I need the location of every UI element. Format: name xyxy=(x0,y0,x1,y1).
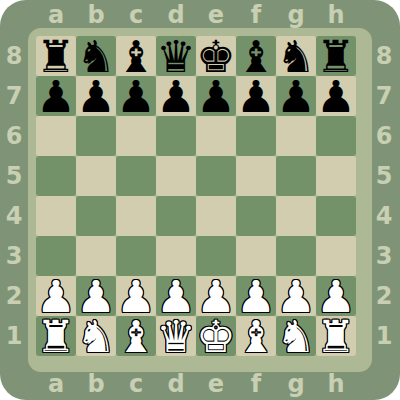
square-e7[interactable]: ♟ xyxy=(196,76,236,116)
square-h5[interactable] xyxy=(316,156,356,196)
square-e4[interactable] xyxy=(196,196,236,236)
square-d1[interactable]: ♛ xyxy=(156,316,196,356)
file-label-bottom-f: f xyxy=(236,369,276,399)
square-c3[interactable] xyxy=(116,236,156,276)
square-a5[interactable] xyxy=(36,156,76,196)
square-c4[interactable] xyxy=(116,196,156,236)
rank-label-right-1: 1 xyxy=(369,316,399,356)
square-b5[interactable] xyxy=(76,156,116,196)
square-c2[interactable]: ♟ xyxy=(116,276,156,316)
file-label-bottom-b: b xyxy=(76,369,116,399)
square-f6[interactable] xyxy=(236,116,276,156)
file-label-top-a: a xyxy=(36,0,76,28)
file-label-bottom-d: d xyxy=(156,369,196,399)
square-f8[interactable]: ♝ xyxy=(236,36,276,76)
rank-label-left-2: 2 xyxy=(0,276,28,316)
square-e6[interactable] xyxy=(196,116,236,156)
square-d8[interactable]: ♛ xyxy=(156,36,196,76)
square-f5[interactable] xyxy=(236,156,276,196)
piece-black-pawn[interactable]: ♟ xyxy=(236,75,275,119)
square-h2[interactable]: ♟ xyxy=(316,276,356,316)
square-h1[interactable]: ♜ xyxy=(316,316,356,356)
square-f4[interactable] xyxy=(236,196,276,236)
piece-white-rook[interactable]: ♜ xyxy=(36,315,75,359)
piece-black-pawn[interactable]: ♟ xyxy=(76,75,115,119)
piece-black-pawn[interactable]: ♟ xyxy=(156,75,195,119)
board-border: ♜♞♝♛♚♝♞♜♟♟♟♟♟♟♟♟♟♟♟♟♟♟♟♟♜♞♝♛♚♝♞♜ xyxy=(28,28,372,372)
square-h7[interactable]: ♟ xyxy=(316,76,356,116)
square-g3[interactable] xyxy=(276,236,316,276)
square-d5[interactable] xyxy=(156,156,196,196)
piece-white-bishop[interactable]: ♝ xyxy=(116,315,155,359)
square-d6[interactable] xyxy=(156,116,196,156)
square-g2[interactable]: ♟ xyxy=(276,276,316,316)
piece-black-pawn[interactable]: ♟ xyxy=(316,75,355,119)
square-g1[interactable]: ♞ xyxy=(276,316,316,356)
file-label-top-c: c xyxy=(116,0,156,28)
square-b6[interactable] xyxy=(76,116,116,156)
rank-label-right-3: 3 xyxy=(369,236,399,276)
rank-label-right-7: 7 xyxy=(369,76,399,116)
square-d4[interactable] xyxy=(156,196,196,236)
square-e1[interactable]: ♚ xyxy=(196,316,236,356)
piece-white-knight[interactable]: ♞ xyxy=(276,315,315,359)
file-label-top-d: d xyxy=(156,0,196,28)
rank-label-left-6: 6 xyxy=(0,116,28,156)
file-label-top-b: b xyxy=(76,0,116,28)
square-d3[interactable] xyxy=(156,236,196,276)
file-label-bottom-a: a xyxy=(36,369,76,399)
rank-label-right-2: 2 xyxy=(369,276,399,316)
square-d7[interactable]: ♟ xyxy=(156,76,196,116)
square-a3[interactable] xyxy=(36,236,76,276)
board-grid: ♜♞♝♛♚♝♞♜♟♟♟♟♟♟♟♟♟♟♟♟♟♟♟♟♜♞♝♛♚♝♞♜ xyxy=(36,36,356,356)
square-g7[interactable]: ♟ xyxy=(276,76,316,116)
square-e2[interactable]: ♟ xyxy=(196,276,236,316)
piece-black-pawn[interactable]: ♟ xyxy=(116,75,155,119)
square-f3[interactable] xyxy=(236,236,276,276)
square-b4[interactable] xyxy=(76,196,116,236)
rank-label-left-5: 5 xyxy=(0,156,28,196)
file-label-bottom-e: e xyxy=(196,369,236,399)
square-a6[interactable] xyxy=(36,116,76,156)
file-label-top-e: e xyxy=(196,0,236,28)
square-c7[interactable]: ♟ xyxy=(116,76,156,116)
square-h3[interactable] xyxy=(316,236,356,276)
piece-white-bishop[interactable]: ♝ xyxy=(236,315,275,359)
square-g5[interactable] xyxy=(276,156,316,196)
square-h6[interactable] xyxy=(316,116,356,156)
rank-label-right-8: 8 xyxy=(369,36,399,76)
square-g6[interactable] xyxy=(276,116,316,156)
piece-black-pawn[interactable]: ♟ xyxy=(196,75,235,119)
square-g8[interactable]: ♞ xyxy=(276,36,316,76)
piece-black-pawn[interactable]: ♟ xyxy=(36,75,75,119)
square-c8[interactable]: ♝ xyxy=(116,36,156,76)
square-a7[interactable]: ♟ xyxy=(36,76,76,116)
square-a4[interactable] xyxy=(36,196,76,236)
square-h4[interactable] xyxy=(316,196,356,236)
square-h8[interactable]: ♜ xyxy=(316,36,356,76)
square-a8[interactable]: ♜ xyxy=(36,36,76,76)
square-b3[interactable] xyxy=(76,236,116,276)
square-c6[interactable] xyxy=(116,116,156,156)
piece-black-pawn[interactable]: ♟ xyxy=(276,75,315,119)
piece-white-rook[interactable]: ♜ xyxy=(316,315,355,359)
square-g4[interactable] xyxy=(276,196,316,236)
square-a2[interactable]: ♟ xyxy=(36,276,76,316)
square-f1[interactable]: ♝ xyxy=(236,316,276,356)
square-b2[interactable]: ♟ xyxy=(76,276,116,316)
square-c5[interactable] xyxy=(116,156,156,196)
square-f2[interactable]: ♟ xyxy=(236,276,276,316)
rank-label-right-6: 6 xyxy=(369,116,399,156)
rank-label-left-4: 4 xyxy=(0,196,28,236)
square-e3[interactable] xyxy=(196,236,236,276)
square-b1[interactable]: ♞ xyxy=(76,316,116,356)
rank-label-right-4: 4 xyxy=(369,196,399,236)
piece-white-king[interactable]: ♚ xyxy=(196,315,235,359)
rank-label-left-1: 1 xyxy=(0,316,28,356)
file-label-top-h: h xyxy=(316,0,356,28)
square-c1[interactable]: ♝ xyxy=(116,316,156,356)
square-b7[interactable]: ♟ xyxy=(76,76,116,116)
rank-label-right-5: 5 xyxy=(369,156,399,196)
rank-label-left-7: 7 xyxy=(0,76,28,116)
piece-white-knight[interactable]: ♞ xyxy=(76,315,115,359)
file-label-bottom-h: h xyxy=(316,369,356,399)
rank-label-left-3: 3 xyxy=(0,236,28,276)
square-b8[interactable]: ♞ xyxy=(76,36,116,76)
square-d2[interactable]: ♟ xyxy=(156,276,196,316)
file-label-bottom-c: c xyxy=(116,369,156,399)
square-e5[interactable] xyxy=(196,156,236,196)
file-label-top-g: g xyxy=(276,0,316,28)
board-frame: ♜♞♝♛♚♝♞♜♟♟♟♟♟♟♟♟♟♟♟♟♟♟♟♟♜♞♝♛♚♝♞♜ aabbccd… xyxy=(0,0,400,400)
file-label-top-f: f xyxy=(236,0,276,28)
square-a1[interactable]: ♜ xyxy=(36,316,76,356)
rank-label-left-8: 8 xyxy=(0,36,28,76)
chessboard-screenshot: ♜♞♝♛♚♝♞♜♟♟♟♟♟♟♟♟♟♟♟♟♟♟♟♟♜♞♝♛♚♝♞♜ aabbccd… xyxy=(0,0,400,400)
file-label-bottom-g: g xyxy=(276,369,316,399)
piece-white-queen[interactable]: ♛ xyxy=(156,315,195,359)
square-e8[interactable]: ♚ xyxy=(196,36,236,76)
square-f7[interactable]: ♟ xyxy=(236,76,276,116)
